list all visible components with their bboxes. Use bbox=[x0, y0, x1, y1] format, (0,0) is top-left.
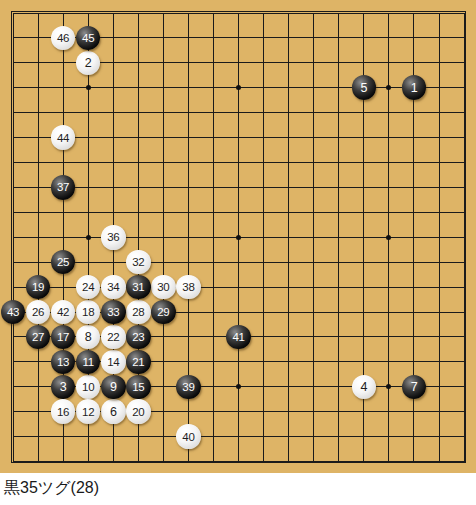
move-number-label: 5 bbox=[361, 81, 368, 95]
move-number-label: 39 bbox=[182, 381, 194, 393]
stone-black-15: 15 bbox=[126, 375, 151, 400]
move-number-label: 30 bbox=[157, 281, 169, 293]
move-number-label: 1 bbox=[411, 81, 418, 95]
go-board: 1234567891011121314151617181920212223242… bbox=[0, 0, 476, 473]
move-number-label: 20 bbox=[132, 406, 144, 418]
move-number-label: 31 bbox=[132, 281, 144, 293]
stone-white-28: 28 bbox=[126, 300, 151, 325]
move-number-label: 19 bbox=[32, 281, 44, 293]
move-number-label: 23 bbox=[132, 331, 144, 343]
move-number-label: 9 bbox=[110, 380, 117, 394]
stone-black-41: 41 bbox=[226, 325, 251, 350]
stone-black-21: 21 bbox=[126, 350, 151, 375]
stone-black-37: 37 bbox=[51, 175, 76, 200]
move-number-label: 22 bbox=[107, 331, 119, 343]
move-number-label: 21 bbox=[132, 356, 144, 368]
stone-white-22: 22 bbox=[101, 325, 126, 350]
move-number-label: 18 bbox=[82, 306, 94, 318]
move-number-label: 3 bbox=[60, 380, 67, 394]
star-point bbox=[236, 235, 241, 240]
move-number-label: 41 bbox=[232, 331, 244, 343]
move-number-label: 44 bbox=[57, 132, 69, 144]
move-number-label: 4 bbox=[361, 380, 368, 394]
stone-white-32: 32 bbox=[126, 250, 151, 275]
stone-white-36: 36 bbox=[101, 225, 126, 250]
stone-white-34: 34 bbox=[101, 275, 126, 300]
move-number-label: 17 bbox=[57, 331, 69, 343]
move-number-label: 43 bbox=[7, 306, 19, 318]
move-number-label: 28 bbox=[132, 306, 144, 318]
move-number-label: 40 bbox=[182, 431, 194, 443]
stone-black-7: 7 bbox=[402, 375, 427, 400]
move-number-label: 11 bbox=[83, 356, 94, 368]
stone-white-30: 30 bbox=[151, 275, 176, 300]
move-number-label: 37 bbox=[57, 181, 69, 193]
move-number-label: 6 bbox=[110, 405, 117, 419]
stone-black-33: 33 bbox=[101, 300, 126, 325]
move-number-label: 14 bbox=[107, 356, 119, 368]
stone-black-23: 23 bbox=[126, 325, 151, 350]
move-caption: 黒35ツグ(28) bbox=[0, 473, 476, 505]
stone-black-29: 29 bbox=[151, 300, 176, 325]
move-number-label: 13 bbox=[57, 356, 69, 368]
star-point bbox=[86, 235, 91, 240]
move-number-label: 29 bbox=[157, 306, 169, 318]
move-number-label: 34 bbox=[107, 281, 119, 293]
move-number-label: 33 bbox=[107, 306, 119, 318]
move-number-label: 24 bbox=[82, 281, 94, 293]
stone-white-20: 20 bbox=[126, 399, 151, 424]
go-kifu-diagram: 1234567891011121314151617181920212223242… bbox=[0, 0, 476, 505]
move-number-label: 12 bbox=[82, 406, 94, 418]
star-point bbox=[86, 85, 91, 90]
stone-black-1: 1 bbox=[402, 75, 427, 100]
stone-white-44: 44 bbox=[51, 125, 76, 150]
stone-white-6: 6 bbox=[101, 399, 126, 424]
move-number-label: 25 bbox=[57, 256, 69, 268]
move-number-label: 46 bbox=[57, 32, 69, 44]
stone-black-5: 5 bbox=[352, 75, 377, 100]
stone-white-4: 4 bbox=[352, 375, 377, 400]
move-number-label: 2 bbox=[85, 56, 92, 70]
move-number-label: 8 bbox=[85, 330, 92, 344]
stone-white-40: 40 bbox=[176, 424, 201, 449]
move-number-label: 26 bbox=[32, 306, 44, 318]
move-number-label: 16 bbox=[57, 406, 69, 418]
move-number-label: 10 bbox=[82, 381, 94, 393]
move-number-label: 32 bbox=[132, 256, 144, 268]
stone-black-31: 31 bbox=[126, 275, 151, 300]
move-number-label: 27 bbox=[32, 331, 44, 343]
stone-black-39: 39 bbox=[176, 375, 201, 400]
move-number-label: 45 bbox=[82, 32, 94, 44]
move-number-label: 15 bbox=[132, 381, 144, 393]
stone-black-9: 9 bbox=[101, 375, 126, 400]
move-number-label: 36 bbox=[107, 231, 119, 243]
move-number-label: 42 bbox=[57, 306, 69, 318]
move-number-label: 38 bbox=[182, 281, 194, 293]
stone-white-38: 38 bbox=[176, 275, 201, 300]
stone-white-14: 14 bbox=[101, 350, 126, 375]
move-number-label: 7 bbox=[411, 380, 418, 394]
